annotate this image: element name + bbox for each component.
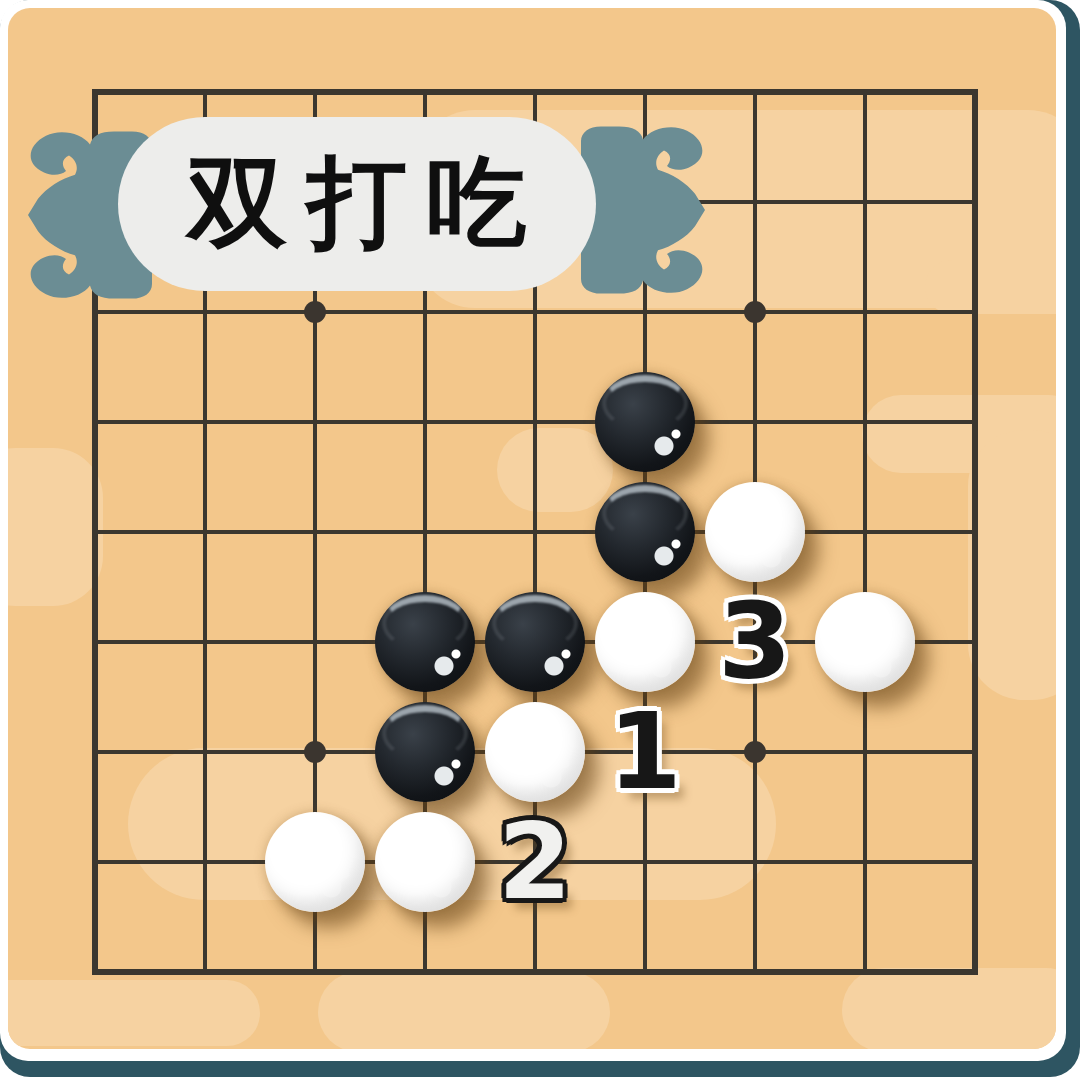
background-blob [842,968,1056,1049]
background-blob [8,980,260,1046]
scroll-ornament-right-icon [575,122,725,298]
lesson-card: 双打吃 123 [0,0,1080,1077]
background-blob [968,430,1056,700]
background-blob [925,260,1056,314]
lesson-title: 双打吃 [167,137,547,272]
background-blob [128,748,776,900]
background-blob [318,972,610,1049]
title-banner: 双打吃 [118,117,596,291]
background-blob [497,428,613,512]
background-blob [8,448,103,606]
